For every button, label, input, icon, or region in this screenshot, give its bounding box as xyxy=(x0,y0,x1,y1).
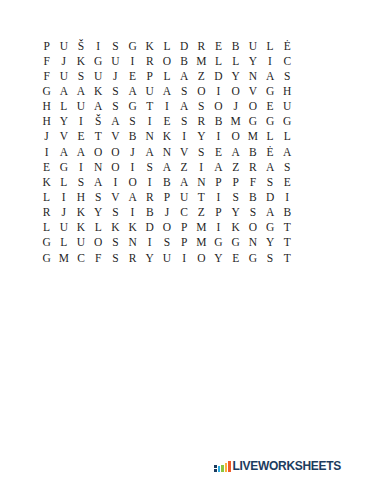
grid-cell[interactable]: R xyxy=(38,205,55,220)
grid-cell[interactable]: D xyxy=(210,68,227,83)
grid-cell[interactable]: J xyxy=(227,99,244,114)
grid-cell[interactable]: N xyxy=(124,235,141,250)
grid-cell[interactable]: I xyxy=(210,220,227,235)
word-search-grid: PUŠISGKLDREBULĖFJKGUIROBMLLYICFUSUJEPLAZ… xyxy=(38,38,296,265)
grid-cell[interactable]: I xyxy=(193,159,210,174)
grid-cell[interactable]: Y xyxy=(210,250,227,265)
grid-cell[interactable]: Z xyxy=(176,159,193,174)
grid-cell[interactable]: A xyxy=(210,159,227,174)
grid-cell[interactable]: O xyxy=(244,99,261,114)
grid-cell[interactable]: U xyxy=(55,220,72,235)
grid-cell[interactable]: U xyxy=(107,53,124,68)
grid-cell[interactable]: S xyxy=(107,38,124,53)
grid-cell[interactable]: A xyxy=(107,114,124,129)
grid-cell[interactable]: Y xyxy=(141,250,158,265)
grid-cell[interactable]: J xyxy=(38,129,55,144)
grid-cell[interactable]: U xyxy=(158,250,175,265)
grid-cell[interactable]: S xyxy=(261,250,278,265)
grid-cell[interactable]: S xyxy=(176,114,193,129)
grid-cell[interactable]: U xyxy=(279,99,296,114)
grid-cell[interactable]: U xyxy=(72,235,89,250)
grid-cell[interactable]: K xyxy=(38,174,55,189)
grid-cell[interactable]: K xyxy=(124,220,141,235)
grid-cell[interactable]: L xyxy=(55,235,72,250)
grid-cell[interactable]: S xyxy=(193,99,210,114)
grid-cell[interactable]: G xyxy=(244,114,261,129)
grid-cell[interactable]: A xyxy=(55,83,72,98)
grid-cell[interactable]: S xyxy=(107,99,124,114)
grid-cell[interactable]: U xyxy=(176,189,193,204)
grid-cell[interactable]: H xyxy=(38,99,55,114)
grid-cell[interactable]: O xyxy=(158,220,175,235)
grid-cell[interactable]: A xyxy=(176,174,193,189)
grid-cell[interactable]: Y xyxy=(193,129,210,144)
grid-cell[interactable]: B xyxy=(244,189,261,204)
grid-cell[interactable]: O xyxy=(90,235,107,250)
grid-cell[interactable]: B xyxy=(210,114,227,129)
grid-cell[interactable]: S xyxy=(72,68,89,83)
grid-cell[interactable]: Ė xyxy=(279,38,296,53)
grid-cell[interactable]: E xyxy=(210,38,227,53)
grid-cell[interactable]: Y xyxy=(227,205,244,220)
grid-cell[interactable]: I xyxy=(261,53,278,68)
grid-cell[interactable]: A xyxy=(124,83,141,98)
grid-cell[interactable]: A xyxy=(227,144,244,159)
grid-cell[interactable]: A xyxy=(72,144,89,159)
grid-cell[interactable]: Y xyxy=(244,53,261,68)
grid-cell[interactable]: S xyxy=(107,205,124,220)
grid-cell[interactable]: A xyxy=(124,189,141,204)
grid-cell[interactable]: I xyxy=(210,189,227,204)
grid-cell[interactable]: H xyxy=(279,83,296,98)
grid-cell[interactable]: G xyxy=(38,235,55,250)
grid-cell[interactable]: S xyxy=(107,250,124,265)
grid-cell[interactable]: D xyxy=(176,38,193,53)
grid-cell[interactable]: M xyxy=(193,235,210,250)
grid-cell[interactable]: A xyxy=(261,68,278,83)
grid-cell[interactable]: I xyxy=(72,159,89,174)
grid-cell[interactable]: S xyxy=(193,144,210,159)
grid-cell[interactable]: G xyxy=(90,53,107,68)
grid-cell[interactable]: G xyxy=(227,235,244,250)
grid-cell[interactable]: A xyxy=(158,83,175,98)
grid-cell[interactable]: N xyxy=(141,129,158,144)
grid-cell[interactable]: I xyxy=(210,83,227,98)
grid-cell[interactable]: A xyxy=(176,68,193,83)
liveworksheets-logo[interactable]: LIVEWORKSHEETS xyxy=(214,460,341,472)
grid-cell[interactable]: Z xyxy=(193,205,210,220)
grid-cell[interactable]: T xyxy=(279,250,296,265)
grid-cell[interactable]: V xyxy=(107,129,124,144)
grid-cell[interactable]: G xyxy=(210,235,227,250)
grid-cell[interactable]: S xyxy=(261,174,278,189)
grid-cell[interactable]: Z xyxy=(227,159,244,174)
grid-cell[interactable]: A xyxy=(261,159,278,174)
grid-cell[interactable]: S xyxy=(244,205,261,220)
grid-cell[interactable]: Z xyxy=(193,68,210,83)
grid-cell[interactable]: P xyxy=(210,205,227,220)
grid-cell[interactable]: S xyxy=(90,189,107,204)
grid-cell[interactable]: O xyxy=(107,144,124,159)
grid-cell[interactable]: S xyxy=(227,189,244,204)
grid-cell[interactable]: K xyxy=(72,205,89,220)
grid-cell[interactable]: I xyxy=(176,250,193,265)
grid-cell[interactable]: B xyxy=(227,38,244,53)
grid-cell[interactable]: L xyxy=(261,38,278,53)
grid-cell[interactable]: H xyxy=(38,114,55,129)
grid-cell[interactable]: A xyxy=(141,144,158,159)
grid-cell[interactable]: O xyxy=(107,159,124,174)
grid-cell[interactable]: C xyxy=(72,250,89,265)
grid-cell[interactable]: F xyxy=(90,250,107,265)
grid-cell[interactable]: E xyxy=(227,250,244,265)
grid-cell[interactable]: A xyxy=(279,144,296,159)
grid-cell[interactable]: H xyxy=(72,189,89,204)
grid-cell[interactable]: K xyxy=(72,53,89,68)
grid-cell[interactable]: Y xyxy=(90,205,107,220)
grid-cell[interactable]: L xyxy=(158,38,175,53)
grid-cell[interactable]: L xyxy=(158,68,175,83)
grid-cell[interactable]: E xyxy=(124,68,141,83)
grid-cell[interactable]: T xyxy=(279,235,296,250)
grid-cell[interactable]: R xyxy=(193,114,210,129)
grid-cell[interactable]: G xyxy=(279,114,296,129)
grid-cell[interactable]: N xyxy=(244,68,261,83)
grid-cell[interactable]: I xyxy=(107,174,124,189)
grid-cell[interactable]: A xyxy=(90,99,107,114)
grid-cell[interactable]: D xyxy=(141,220,158,235)
grid-cell[interactable]: L xyxy=(227,53,244,68)
grid-cell[interactable]: A xyxy=(176,99,193,114)
grid-cell[interactable]: E xyxy=(210,144,227,159)
grid-cell[interactable]: G xyxy=(124,99,141,114)
grid-cell[interactable]: U xyxy=(55,38,72,53)
grid-cell[interactable]: B xyxy=(141,205,158,220)
grid-cell[interactable]: G xyxy=(261,220,278,235)
grid-cell[interactable]: A xyxy=(55,144,72,159)
worksheet-page: PUŠISGKLDREBULĖFJKGUIROBMLLYICFUSUJEPLAZ… xyxy=(0,0,372,480)
grid-cell[interactable]: O xyxy=(158,53,175,68)
grid-cell[interactable]: P xyxy=(158,189,175,204)
grid-cell[interactable]: I xyxy=(124,159,141,174)
grid-cell[interactable]: G xyxy=(38,250,55,265)
grid-cell[interactable]: A xyxy=(158,159,175,174)
grid-cell[interactable]: B xyxy=(176,53,193,68)
grid-cell[interactable]: K xyxy=(158,129,175,144)
liveworksheets-wordmark: LIVEWORKSHEETS xyxy=(233,460,341,472)
grid-cell[interactable]: O xyxy=(210,99,227,114)
grid-cell[interactable]: I xyxy=(90,38,107,53)
grid-cell[interactable]: I xyxy=(72,114,89,129)
grid-cell[interactable]: S xyxy=(124,114,141,129)
grid-cell[interactable]: I xyxy=(141,114,158,129)
grid-cell[interactable]: J xyxy=(107,68,124,83)
grid-cell[interactable]: G xyxy=(55,159,72,174)
grid-cell[interactable]: B xyxy=(124,129,141,144)
grid-cell[interactable]: P xyxy=(176,220,193,235)
grid-cell[interactable]: E xyxy=(279,174,296,189)
grid-cell[interactable]: K xyxy=(72,220,89,235)
grid-cell[interactable]: I xyxy=(55,189,72,204)
grid-cell[interactable]: M xyxy=(193,220,210,235)
grid-cell[interactable]: N xyxy=(193,174,210,189)
grid-cell[interactable]: V xyxy=(55,129,72,144)
grid-cell[interactable]: I xyxy=(158,99,175,114)
grid-cell[interactable]: O xyxy=(193,250,210,265)
grid-cell[interactable]: I xyxy=(176,129,193,144)
grid-cell[interactable]: J xyxy=(124,144,141,159)
grid-cell[interactable]: L xyxy=(279,129,296,144)
grid-cell[interactable]: M xyxy=(244,129,261,144)
grid-cell[interactable]: O xyxy=(227,83,244,98)
grid-cell[interactable]: L xyxy=(261,129,278,144)
grid-cell[interactable]: R xyxy=(244,159,261,174)
grid-cell[interactable]: E xyxy=(72,129,89,144)
grid-cell[interactable]: B xyxy=(158,174,175,189)
grid-cell[interactable]: E xyxy=(38,159,55,174)
grid-cell[interactable]: I xyxy=(124,53,141,68)
grid-cell[interactable]: V xyxy=(107,189,124,204)
grid-cell[interactable]: O xyxy=(124,174,141,189)
grid-cell[interactable]: U xyxy=(90,68,107,83)
grid-cell[interactable]: N xyxy=(90,159,107,174)
grid-cell[interactable]: A xyxy=(261,205,278,220)
grid-cell[interactable]: K xyxy=(90,83,107,98)
grid-cell[interactable]: I xyxy=(38,144,55,159)
grid-cell[interactable]: L xyxy=(90,220,107,235)
grid-cell[interactable]: I xyxy=(210,129,227,144)
grid-cell[interactable]: G xyxy=(261,114,278,129)
grid-cell[interactable]: P xyxy=(210,174,227,189)
grid-cell[interactable]: J xyxy=(55,53,72,68)
grid-cell[interactable]: S xyxy=(279,159,296,174)
grid-cell[interactable]: Y xyxy=(55,114,72,129)
grid-cell[interactable]: F xyxy=(38,68,55,83)
grid-cell[interactable]: T xyxy=(193,189,210,204)
grid-cell[interactable]: I xyxy=(141,174,158,189)
grid-cell[interactable]: S xyxy=(279,68,296,83)
grid-cell[interactable]: P xyxy=(38,38,55,53)
grid-cell[interactable]: O xyxy=(227,129,244,144)
grid-cell[interactable]: Ė xyxy=(261,144,278,159)
grid-cell[interactable]: G xyxy=(38,83,55,98)
grid-cell[interactable]: K xyxy=(227,220,244,235)
grid-cell[interactable]: F xyxy=(38,53,55,68)
grid-cell[interactable]: J xyxy=(158,205,175,220)
grid-cell[interactable]: C xyxy=(176,205,193,220)
grid-cell[interactable]: E xyxy=(158,114,175,129)
grid-cell[interactable]: E xyxy=(261,99,278,114)
grid-cell[interactable]: G xyxy=(261,83,278,98)
grid-cell[interactable]: U xyxy=(72,99,89,114)
grid-cell[interactable]: D xyxy=(261,189,278,204)
grid-cell[interactable]: C xyxy=(279,53,296,68)
grid-cell[interactable]: N xyxy=(158,144,175,159)
grid-cell[interactable]: J xyxy=(55,205,72,220)
grid-cell[interactable]: L xyxy=(210,53,227,68)
grid-cell[interactable]: T xyxy=(141,99,158,114)
grid-cell[interactable]: A xyxy=(90,174,107,189)
grid-cell[interactable]: L xyxy=(55,99,72,114)
grid-cell[interactable]: U xyxy=(55,68,72,83)
grid-cell[interactable]: A xyxy=(72,83,89,98)
grid-cell[interactable]: V xyxy=(244,83,261,98)
grid-cell[interactable]: P xyxy=(176,235,193,250)
grid-cell[interactable]: S xyxy=(176,83,193,98)
grid-cell[interactable]: V xyxy=(176,144,193,159)
grid-cell[interactable]: U xyxy=(244,38,261,53)
grid-cell[interactable]: B xyxy=(279,205,296,220)
grid-cell[interactable]: L xyxy=(55,174,72,189)
grid-cell[interactable]: K xyxy=(107,220,124,235)
grid-cell[interactable]: R xyxy=(141,53,158,68)
grid-cell[interactable]: R xyxy=(193,38,210,53)
grid-cell[interactable]: O xyxy=(193,83,210,98)
grid-cell[interactable]: F xyxy=(244,174,261,189)
grid-cell[interactable]: I xyxy=(279,189,296,204)
grid-cell[interactable]: U xyxy=(141,83,158,98)
grid-cell[interactable]: Š xyxy=(90,114,107,129)
grid-cell[interactable]: L xyxy=(38,220,55,235)
grid-cell[interactable]: O xyxy=(244,220,261,235)
grid-cell[interactable]: P xyxy=(141,68,158,83)
grid-cell[interactable]: M xyxy=(227,114,244,129)
grid-cell[interactable]: K xyxy=(141,38,158,53)
grid-cell[interactable]: S xyxy=(141,159,158,174)
grid-cell[interactable]: M xyxy=(193,53,210,68)
liveworksheets-bars-icon xyxy=(214,460,231,472)
grid-cell[interactable]: B xyxy=(244,144,261,159)
grid-cell[interactable]: S xyxy=(107,235,124,250)
grid-cell[interactable]: G xyxy=(124,38,141,53)
grid-cell[interactable]: I xyxy=(124,205,141,220)
grid-cell[interactable]: P xyxy=(227,174,244,189)
grid-cell[interactable]: Š xyxy=(72,38,89,53)
grid-cell[interactable]: Y xyxy=(261,235,278,250)
grid-cell[interactable]: T xyxy=(279,220,296,235)
grid-cell[interactable]: M xyxy=(55,250,72,265)
grid-cell[interactable]: Y xyxy=(227,68,244,83)
grid-cell[interactable]: S xyxy=(107,83,124,98)
grid-cell[interactable]: O xyxy=(90,144,107,159)
grid-cell[interactable]: I xyxy=(141,235,158,250)
grid-cell[interactable]: L xyxy=(38,189,55,204)
grid-cell[interactable]: R xyxy=(124,250,141,265)
grid-cell[interactable]: S xyxy=(158,235,175,250)
grid-cell[interactable]: R xyxy=(141,189,158,204)
grid-cell[interactable]: G xyxy=(244,250,261,265)
grid-cell[interactable]: T xyxy=(90,129,107,144)
grid-cell[interactable]: S xyxy=(72,174,89,189)
grid-cell[interactable]: N xyxy=(244,235,261,250)
